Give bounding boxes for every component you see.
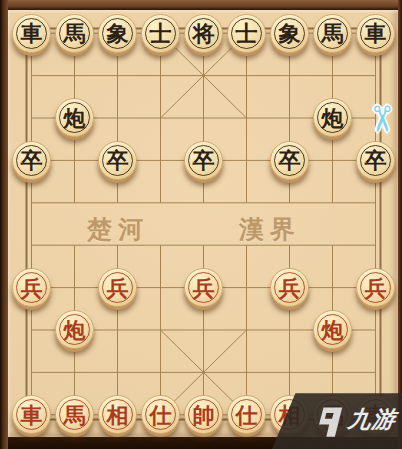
board-point[interactable] bbox=[53, 139, 96, 181]
board-point[interactable] bbox=[182, 224, 225, 266]
piece-black-cannon[interactable]: 炮 bbox=[313, 98, 352, 137]
piece-black-soldier[interactable]: 卒 bbox=[270, 141, 309, 180]
piece-glyph: 帥 bbox=[193, 403, 215, 425]
piece-glyph: 卒 bbox=[21, 149, 43, 171]
board-point[interactable]: 馬 bbox=[53, 12, 96, 54]
piece-glyph: 兵 bbox=[193, 276, 215, 298]
board-point[interactable] bbox=[10, 97, 53, 139]
board-point[interactable] bbox=[225, 139, 268, 181]
board-point[interactable] bbox=[268, 224, 311, 266]
board-point[interactable] bbox=[225, 54, 268, 96]
piece-glyph: 卒 bbox=[193, 149, 215, 171]
board-point[interactable]: 炮 bbox=[311, 309, 354, 351]
piece-glyph: 炮 bbox=[322, 106, 344, 128]
board-point[interactable]: 車 bbox=[10, 394, 53, 436]
board-point[interactable] bbox=[354, 351, 397, 393]
board-point[interactable] bbox=[225, 351, 268, 393]
board-point[interactable] bbox=[311, 182, 354, 224]
board-point[interactable] bbox=[182, 309, 225, 351]
piece-grid: 車馬象士将士象馬車炮炮卒卒卒卒卒兵兵兵兵兵炮炮車馬相仕帥仕相馬車 bbox=[10, 12, 397, 436]
board-point[interactable]: 炮 bbox=[53, 309, 96, 351]
board-point[interactable] bbox=[225, 309, 268, 351]
board-point[interactable]: 兵 bbox=[354, 266, 397, 308]
piece-glyph: 仕 bbox=[150, 403, 172, 425]
piece-red-horse[interactable]: 馬 bbox=[55, 395, 94, 434]
board-point[interactable] bbox=[268, 54, 311, 96]
piece-black-cannon[interactable]: 炮 bbox=[55, 98, 94, 137]
piece-red-advisor[interactable]: 仕 bbox=[227, 395, 266, 434]
piece-glyph: 相 bbox=[107, 403, 129, 425]
board-point[interactable] bbox=[10, 351, 53, 393]
piece-black-general[interactable]: 将 bbox=[184, 14, 223, 53]
board-point[interactable]: 仕 bbox=[139, 394, 182, 436]
piece-red-soldier[interactable]: 兵 bbox=[270, 268, 309, 307]
board-point[interactable]: 卒 bbox=[182, 139, 225, 181]
piece-glyph: 兵 bbox=[107, 276, 129, 298]
board-point[interactable] bbox=[268, 97, 311, 139]
board-point[interactable]: 仕 bbox=[225, 394, 268, 436]
board-point[interactable]: 馬 bbox=[53, 394, 96, 436]
board-point[interactable] bbox=[139, 224, 182, 266]
piece-black-elephant[interactable]: 象 bbox=[270, 14, 309, 53]
board-point[interactable]: 炮 bbox=[311, 97, 354, 139]
board-point[interactable]: 相 bbox=[96, 394, 139, 436]
board-point[interactable]: 士 bbox=[139, 12, 182, 54]
piece-glyph: 兵 bbox=[21, 276, 43, 298]
board-point[interactable] bbox=[225, 266, 268, 308]
board-point[interactable]: 馬 bbox=[311, 12, 354, 54]
piece-glyph: 炮 bbox=[64, 318, 86, 340]
board-point[interactable] bbox=[354, 309, 397, 351]
board-point[interactable]: 炮 bbox=[53, 97, 96, 139]
board-point[interactable] bbox=[354, 54, 397, 96]
piece-black-soldier[interactable]: 卒 bbox=[12, 141, 51, 180]
piece-glyph: 象 bbox=[279, 22, 301, 44]
piece-glyph: 卒 bbox=[365, 149, 387, 171]
piece-glyph: 卒 bbox=[279, 149, 301, 171]
piece-black-soldier[interactable]: 卒 bbox=[184, 141, 223, 180]
board-point[interactable] bbox=[53, 182, 96, 224]
piece-glyph: 仕 bbox=[236, 403, 258, 425]
board-point[interactable] bbox=[311, 224, 354, 266]
piece-red-general[interactable]: 帥 bbox=[184, 395, 223, 434]
board-frame-top bbox=[0, 0, 402, 10]
board-point[interactable] bbox=[10, 182, 53, 224]
board-point[interactable] bbox=[139, 139, 182, 181]
piece-glyph: 車 bbox=[21, 403, 43, 425]
board-point[interactable] bbox=[268, 182, 311, 224]
board-point[interactable]: 卒 bbox=[96, 139, 139, 181]
piece-glyph: 炮 bbox=[322, 318, 344, 340]
board-frame-right bbox=[398, 0, 402, 449]
board-point[interactable] bbox=[10, 309, 53, 351]
board-point[interactable] bbox=[354, 182, 397, 224]
nine-game-logo-icon bbox=[317, 406, 343, 438]
board-point[interactable]: 車 bbox=[354, 12, 397, 54]
board-point[interactable] bbox=[96, 309, 139, 351]
piece-glyph: 車 bbox=[21, 22, 43, 44]
piece-black-horse[interactable]: 馬 bbox=[313, 14, 352, 53]
board-point[interactable]: 象 bbox=[96, 12, 139, 54]
piece-glyph: 兵 bbox=[365, 276, 387, 298]
piece-red-cannon[interactable]: 炮 bbox=[55, 310, 94, 349]
board-point[interactable] bbox=[139, 309, 182, 351]
board-point[interactable]: 象 bbox=[268, 12, 311, 54]
piece-black-elephant[interactable]: 象 bbox=[98, 14, 137, 53]
board-point[interactable] bbox=[182, 97, 225, 139]
board-point[interactable] bbox=[268, 351, 311, 393]
piece-red-soldier[interactable]: 兵 bbox=[98, 268, 137, 307]
board-point[interactable] bbox=[96, 224, 139, 266]
board-point[interactable] bbox=[139, 97, 182, 139]
board-point[interactable]: 卒 bbox=[10, 139, 53, 181]
piece-glyph: 馬 bbox=[64, 22, 86, 44]
piece-red-chariot[interactable]: 車 bbox=[12, 395, 51, 434]
board-point[interactable] bbox=[10, 54, 53, 96]
piece-glyph: 炮 bbox=[64, 106, 86, 128]
piece-glyph: 卒 bbox=[107, 149, 129, 171]
board-point[interactable] bbox=[10, 224, 53, 266]
board-point[interactable] bbox=[268, 309, 311, 351]
piece-glyph: 士 bbox=[150, 22, 172, 44]
board-point[interactable] bbox=[96, 351, 139, 393]
piece-black-advisor[interactable]: 士 bbox=[227, 14, 266, 53]
piece-red-soldier[interactable]: 兵 bbox=[12, 268, 51, 307]
piece-black-soldier[interactable]: 卒 bbox=[98, 141, 137, 180]
board-point[interactable] bbox=[182, 182, 225, 224]
board-point[interactable] bbox=[53, 351, 96, 393]
piece-red-advisor[interactable]: 仕 bbox=[141, 395, 180, 434]
piece-red-soldier[interactable]: 兵 bbox=[184, 268, 223, 307]
board-point[interactable]: 卒 bbox=[354, 139, 397, 181]
piece-glyph: 将 bbox=[193, 22, 215, 44]
board-point[interactable]: 兵 bbox=[182, 266, 225, 308]
board-point[interactable] bbox=[53, 54, 96, 96]
piece-red-elephant[interactable]: 相 bbox=[98, 395, 137, 434]
board-point[interactable]: 卒 bbox=[268, 139, 311, 181]
piece-glyph: 士 bbox=[236, 22, 258, 44]
piece-glyph: 象 bbox=[107, 22, 129, 44]
scissors-icon[interactable]: ✂ bbox=[360, 98, 402, 140]
board-point[interactable] bbox=[354, 224, 397, 266]
board-point[interactable] bbox=[53, 224, 96, 266]
piece-red-cannon[interactable]: 炮 bbox=[313, 310, 352, 349]
board-point[interactable] bbox=[311, 266, 354, 308]
board-point[interactable] bbox=[225, 182, 268, 224]
watermark-text: 九游 bbox=[346, 404, 398, 435]
board-point[interactable]: 車 bbox=[10, 12, 53, 54]
board-frame-left bbox=[0, 0, 8, 449]
board-point[interactable]: 兵 bbox=[96, 266, 139, 308]
board-point[interactable] bbox=[53, 266, 96, 308]
piece-black-soldier[interactable]: 卒 bbox=[356, 141, 395, 180]
board-point[interactable] bbox=[182, 351, 225, 393]
piece-glyph: 車 bbox=[365, 22, 387, 44]
board-point[interactable] bbox=[311, 54, 354, 96]
board-point[interactable] bbox=[225, 97, 268, 139]
board-point[interactable] bbox=[225, 224, 268, 266]
piece-black-horse[interactable]: 馬 bbox=[55, 14, 94, 53]
piece-glyph: 馬 bbox=[64, 403, 86, 425]
board-point[interactable] bbox=[96, 54, 139, 96]
board-point[interactable]: 帥 bbox=[182, 394, 225, 436]
board-point[interactable] bbox=[182, 54, 225, 96]
board-point[interactable]: 将 bbox=[182, 12, 225, 54]
board-point[interactable] bbox=[139, 182, 182, 224]
piece-glyph: 兵 bbox=[279, 276, 301, 298]
board-point[interactable]: 士 bbox=[225, 12, 268, 54]
xiangqi-app: 楚河 漢界 車馬象士将士象馬車炮炮卒卒卒卒卒兵兵兵兵兵炮炮車馬相仕帥仕相馬車 ✂… bbox=[0, 0, 402, 449]
board-point[interactable] bbox=[96, 97, 139, 139]
piece-black-chariot[interactable]: 車 bbox=[356, 14, 395, 53]
board-point[interactable]: 兵 bbox=[268, 266, 311, 308]
board-point[interactable] bbox=[139, 266, 182, 308]
board-point[interactable] bbox=[311, 351, 354, 393]
piece-red-soldier[interactable]: 兵 bbox=[356, 268, 395, 307]
piece-glyph: 馬 bbox=[322, 22, 344, 44]
piece-black-chariot[interactable]: 車 bbox=[12, 14, 51, 53]
board-point[interactable] bbox=[311, 139, 354, 181]
board-point[interactable] bbox=[139, 351, 182, 393]
board-point[interactable] bbox=[139, 54, 182, 96]
board-point[interactable]: 兵 bbox=[10, 266, 53, 308]
piece-black-advisor[interactable]: 士 bbox=[141, 14, 180, 53]
board-point[interactable] bbox=[96, 182, 139, 224]
